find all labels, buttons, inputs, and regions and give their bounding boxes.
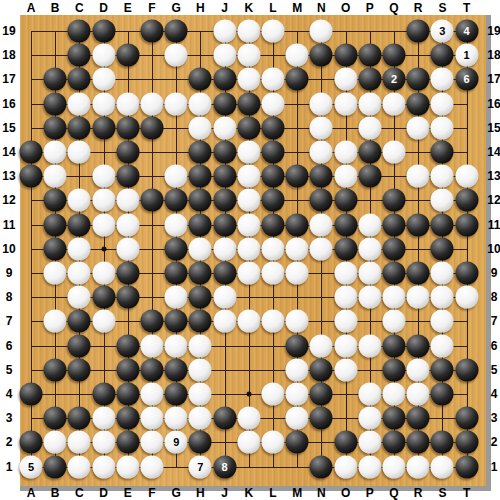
row-label-left-16: 16 bbox=[2, 97, 15, 111]
white-stone-F3 bbox=[141, 407, 164, 430]
white-stone-K17 bbox=[237, 68, 260, 91]
black-stone-E8 bbox=[116, 286, 139, 309]
black-stone-Q9 bbox=[383, 262, 406, 285]
black-stone-T1 bbox=[455, 455, 478, 478]
white-stone-M4 bbox=[286, 383, 309, 406]
col-label-top-O: O bbox=[341, 1, 350, 15]
black-stone-D19 bbox=[92, 20, 115, 43]
black-stone-E5 bbox=[116, 358, 139, 381]
black-stone-B15 bbox=[44, 116, 67, 139]
white-stone-P9 bbox=[358, 262, 381, 285]
black-stone-J11 bbox=[213, 213, 236, 236]
black-stone-K15 bbox=[237, 116, 260, 139]
white-stone-F4 bbox=[141, 383, 164, 406]
row-label-right-13: 13 bbox=[487, 169, 500, 183]
white-stone-Q16 bbox=[383, 92, 406, 115]
row-label-right-12: 12 bbox=[487, 193, 500, 207]
black-stone-F12 bbox=[141, 189, 164, 212]
white-stone-P15 bbox=[358, 116, 381, 139]
col-label-bottom-Q: Q bbox=[389, 486, 398, 500]
black-stone-S14 bbox=[431, 141, 454, 164]
row-label-right-11: 11 bbox=[488, 218, 500, 232]
white-stone-O9 bbox=[334, 262, 357, 285]
black-stone-Q5 bbox=[383, 358, 406, 381]
white-stone-J8 bbox=[213, 286, 236, 309]
white-stone-E11 bbox=[116, 213, 139, 236]
black-stone-Q3 bbox=[383, 407, 406, 430]
black-stone-H9 bbox=[189, 262, 212, 285]
white-stone-S15 bbox=[431, 116, 454, 139]
black-stone-M13 bbox=[286, 165, 309, 188]
white-stone-O17 bbox=[334, 68, 357, 91]
black-stone-C7 bbox=[68, 310, 91, 333]
row-label-left-12: 12 bbox=[2, 193, 15, 207]
row-label-left-18: 18 bbox=[2, 48, 15, 62]
col-label-top-S: S bbox=[438, 1, 446, 15]
col-label-bottom-T: T bbox=[463, 486, 470, 500]
grid-line-vertical bbox=[467, 31, 468, 468]
black-stone-E18 bbox=[116, 44, 139, 67]
white-stone-Q1 bbox=[383, 455, 406, 478]
black-stone-N5 bbox=[310, 358, 333, 381]
col-label-top-J: J bbox=[221, 1, 228, 15]
black-stone-E4 bbox=[116, 383, 139, 406]
col-label-top-R: R bbox=[414, 1, 423, 15]
white-stone-L2 bbox=[262, 431, 285, 454]
col-label-top-T: T bbox=[463, 1, 470, 15]
col-label-bottom-M: M bbox=[292, 486, 302, 500]
white-stone-A1: 5 bbox=[20, 455, 43, 478]
white-stone-P10 bbox=[358, 237, 381, 260]
white-stone-P8 bbox=[358, 286, 381, 309]
black-stone-N12 bbox=[310, 189, 333, 212]
white-stone-N10 bbox=[310, 237, 333, 260]
white-stone-L7 bbox=[262, 310, 285, 333]
row-label-right-14: 14 bbox=[487, 145, 500, 159]
row-label-left-5: 5 bbox=[6, 363, 13, 377]
white-stone-H1: 7 bbox=[189, 455, 212, 478]
white-stone-L16 bbox=[262, 92, 285, 115]
black-stone-L12 bbox=[262, 189, 285, 212]
white-stone-D1 bbox=[92, 455, 115, 478]
black-stone-F19 bbox=[141, 20, 164, 43]
star-point bbox=[101, 246, 106, 251]
row-label-left-6: 6 bbox=[6, 339, 13, 353]
col-label-bottom-J: J bbox=[221, 486, 228, 500]
row-label-right-1: 1 bbox=[491, 460, 498, 474]
black-stone-C15 bbox=[68, 116, 91, 139]
white-stone-B2 bbox=[44, 431, 67, 454]
row-label-right-2: 2 bbox=[491, 435, 498, 449]
black-stone-J1: 8 bbox=[213, 455, 236, 478]
white-stone-K7 bbox=[237, 310, 260, 333]
white-stone-G2: 9 bbox=[165, 431, 188, 454]
black-stone-H2 bbox=[189, 431, 212, 454]
white-stone-K18 bbox=[237, 44, 260, 67]
black-stone-L13 bbox=[262, 165, 285, 188]
white-stone-G8 bbox=[165, 286, 188, 309]
col-label-bottom-R: R bbox=[414, 486, 423, 500]
white-stone-S8 bbox=[431, 286, 454, 309]
white-stone-G16 bbox=[165, 92, 188, 115]
white-stone-K2 bbox=[237, 431, 260, 454]
black-stone-E2 bbox=[116, 431, 139, 454]
black-stone-N18 bbox=[310, 44, 333, 67]
white-stone-P16 bbox=[358, 92, 381, 115]
black-stone-D15 bbox=[92, 116, 115, 139]
col-label-top-H: H bbox=[196, 1, 205, 15]
row-label-right-18: 18 bbox=[487, 48, 500, 62]
black-stone-N4 bbox=[310, 383, 333, 406]
black-stone-E13 bbox=[116, 165, 139, 188]
col-label-top-A: A bbox=[27, 1, 36, 15]
white-stone-E12 bbox=[116, 189, 139, 212]
white-stone-C2 bbox=[68, 431, 91, 454]
black-stone-R19 bbox=[407, 20, 430, 43]
col-label-bottom-F: F bbox=[148, 486, 155, 500]
black-stone-M6 bbox=[286, 334, 309, 357]
white-stone-R8 bbox=[407, 286, 430, 309]
black-stone-E6 bbox=[116, 334, 139, 357]
black-stone-N13 bbox=[310, 165, 333, 188]
black-stone-O18 bbox=[334, 44, 357, 67]
black-stone-H17 bbox=[189, 68, 212, 91]
row-label-right-7: 7 bbox=[491, 314, 498, 328]
black-stone-N3 bbox=[310, 407, 333, 430]
black-stone-A2 bbox=[20, 431, 43, 454]
black-stone-O12 bbox=[334, 189, 357, 212]
white-stone-G13 bbox=[165, 165, 188, 188]
row-label-right-3: 3 bbox=[491, 411, 498, 425]
white-stone-M3 bbox=[286, 407, 309, 430]
white-stone-K14 bbox=[237, 141, 260, 164]
black-stone-G7 bbox=[165, 310, 188, 333]
white-stone-N11 bbox=[310, 213, 333, 236]
row-label-left-7: 7 bbox=[6, 314, 13, 328]
row-label-left-13: 13 bbox=[2, 169, 15, 183]
white-stone-K19 bbox=[237, 20, 260, 43]
white-stone-N16 bbox=[310, 92, 333, 115]
black-stone-C17 bbox=[68, 68, 91, 91]
white-stone-D7 bbox=[92, 310, 115, 333]
white-stone-C10 bbox=[68, 237, 91, 260]
black-stone-B12 bbox=[44, 189, 67, 212]
black-stone-E14 bbox=[116, 141, 139, 164]
white-stone-O16 bbox=[334, 92, 357, 115]
black-stone-S10 bbox=[431, 237, 454, 260]
white-stone-S13 bbox=[431, 165, 454, 188]
black-stone-G9 bbox=[165, 262, 188, 285]
col-label-top-P: P bbox=[366, 1, 374, 15]
row-label-right-16: 16 bbox=[487, 97, 500, 111]
white-stone-H16 bbox=[189, 92, 212, 115]
col-label-top-L: L bbox=[269, 1, 276, 15]
white-stone-D16 bbox=[92, 92, 115, 115]
white-stone-N19 bbox=[310, 20, 333, 43]
white-stone-C9 bbox=[68, 262, 91, 285]
white-stone-H10 bbox=[189, 237, 212, 260]
black-stone-T12 bbox=[455, 189, 478, 212]
col-label-bottom-L: L bbox=[269, 486, 276, 500]
white-stone-C14 bbox=[68, 141, 91, 164]
row-label-right-6: 6 bbox=[491, 339, 498, 353]
row-label-right-9: 9 bbox=[491, 266, 498, 280]
black-stone-M11 bbox=[286, 213, 309, 236]
black-stone-G5 bbox=[165, 358, 188, 381]
white-stone-R5 bbox=[407, 358, 430, 381]
white-stone-H15 bbox=[189, 116, 212, 139]
col-label-bottom-G: G bbox=[172, 486, 181, 500]
black-stone-T17: 6 bbox=[455, 68, 478, 91]
black-stone-T5 bbox=[455, 358, 478, 381]
row-label-left-2: 2 bbox=[6, 435, 13, 449]
white-stone-P2 bbox=[358, 431, 381, 454]
black-stone-T3 bbox=[455, 407, 478, 430]
black-stone-D4 bbox=[92, 383, 115, 406]
white-stone-O13 bbox=[334, 165, 357, 188]
black-stone-F5 bbox=[141, 358, 164, 381]
white-stone-T8 bbox=[455, 286, 478, 309]
white-stone-D12 bbox=[92, 189, 115, 212]
white-stone-B14 bbox=[44, 141, 67, 164]
black-stone-S2 bbox=[431, 431, 454, 454]
white-stone-H3 bbox=[189, 407, 212, 430]
white-stone-M10 bbox=[286, 237, 309, 260]
row-label-left-11: 11 bbox=[3, 218, 16, 232]
white-stone-Q7 bbox=[383, 310, 406, 333]
black-stone-J3 bbox=[213, 407, 236, 430]
white-stone-G6 bbox=[165, 334, 188, 357]
black-stone-Q2 bbox=[383, 431, 406, 454]
white-stone-L19 bbox=[262, 20, 285, 43]
row-label-left-3: 3 bbox=[6, 411, 13, 425]
black-stone-J16 bbox=[213, 92, 236, 115]
black-stone-P17 bbox=[358, 68, 381, 91]
row-label-left-19: 19 bbox=[2, 24, 15, 38]
white-stone-O14 bbox=[334, 141, 357, 164]
black-stone-G4 bbox=[165, 383, 188, 406]
row-label-left-10: 10 bbox=[2, 242, 15, 256]
black-stone-L14 bbox=[262, 141, 285, 164]
col-label-top-C: C bbox=[75, 1, 84, 15]
white-stone-H4 bbox=[189, 383, 212, 406]
black-stone-R2 bbox=[407, 431, 430, 454]
black-stone-J9 bbox=[213, 262, 236, 285]
black-stone-S18 bbox=[431, 44, 454, 67]
black-stone-B11 bbox=[44, 213, 67, 236]
black-stone-B1 bbox=[44, 455, 67, 478]
row-label-left-4: 4 bbox=[6, 387, 13, 401]
black-stone-Q12 bbox=[383, 189, 406, 212]
col-label-bottom-P: P bbox=[366, 486, 374, 500]
col-label-top-N: N bbox=[317, 1, 326, 15]
black-stone-B10 bbox=[44, 237, 67, 260]
white-stone-G18 bbox=[165, 44, 188, 67]
row-label-left-9: 9 bbox=[6, 266, 13, 280]
white-stone-O5 bbox=[334, 358, 357, 381]
black-stone-A13 bbox=[20, 165, 43, 188]
white-stone-R15 bbox=[407, 116, 430, 139]
black-stone-C5 bbox=[68, 358, 91, 381]
white-stone-T18: 1 bbox=[455, 44, 478, 67]
white-stone-L4 bbox=[262, 383, 285, 406]
white-stone-M7 bbox=[286, 310, 309, 333]
black-stone-Q11 bbox=[383, 213, 406, 236]
black-stone-B17 bbox=[44, 68, 67, 91]
black-stone-M17 bbox=[286, 68, 309, 91]
black-stone-J13 bbox=[213, 165, 236, 188]
white-stone-F1 bbox=[141, 455, 164, 478]
star-point bbox=[246, 392, 251, 397]
black-stone-R16 bbox=[407, 92, 430, 115]
black-stone-C18 bbox=[68, 44, 91, 67]
black-stone-T19: 4 bbox=[455, 20, 478, 43]
white-stone-H5 bbox=[189, 358, 212, 381]
white-stone-O7 bbox=[334, 310, 357, 333]
black-stone-R11 bbox=[407, 213, 430, 236]
col-label-top-B: B bbox=[51, 1, 60, 15]
black-stone-E9 bbox=[116, 262, 139, 285]
white-stone-N6 bbox=[310, 334, 333, 357]
black-stone-M2 bbox=[286, 431, 309, 454]
white-stone-O8 bbox=[334, 286, 357, 309]
row-label-right-15: 15 bbox=[487, 121, 500, 135]
white-stone-D13 bbox=[92, 165, 115, 188]
black-stone-R17 bbox=[407, 68, 430, 91]
black-stone-C3 bbox=[68, 407, 91, 430]
black-stone-J17 bbox=[213, 68, 236, 91]
white-stone-R1 bbox=[407, 455, 430, 478]
white-stone-F16 bbox=[141, 92, 164, 115]
white-stone-D11 bbox=[92, 213, 115, 236]
white-stone-S9 bbox=[431, 262, 454, 285]
white-stone-K13 bbox=[237, 165, 260, 188]
black-stone-F7 bbox=[141, 310, 164, 333]
white-stone-R4 bbox=[407, 383, 430, 406]
black-stone-H7 bbox=[189, 310, 212, 333]
black-stone-Q6 bbox=[383, 334, 406, 357]
black-stone-G19 bbox=[165, 20, 188, 43]
col-label-bottom-A: A bbox=[27, 486, 36, 500]
black-stone-J12 bbox=[213, 189, 236, 212]
black-stone-H11 bbox=[189, 213, 212, 236]
col-label-top-M: M bbox=[292, 1, 302, 15]
white-stone-D9 bbox=[92, 262, 115, 285]
white-stone-D3 bbox=[92, 407, 115, 430]
black-stone-C19 bbox=[68, 20, 91, 43]
row-label-left-1: 1 bbox=[6, 460, 13, 474]
col-label-bottom-O: O bbox=[341, 486, 350, 500]
col-label-top-K: K bbox=[244, 1, 253, 15]
white-stone-L17 bbox=[262, 68, 285, 91]
white-stone-R13 bbox=[407, 165, 430, 188]
white-stone-P3 bbox=[358, 407, 381, 430]
black-stone-Q10 bbox=[383, 237, 406, 260]
col-label-top-Q: Q bbox=[389, 1, 398, 15]
black-stone-L15 bbox=[262, 116, 285, 139]
white-stone-J7 bbox=[213, 310, 236, 333]
col-label-bottom-K: K bbox=[244, 486, 253, 500]
black-stone-O10 bbox=[334, 237, 357, 260]
white-stone-P1 bbox=[358, 455, 381, 478]
black-stone-O11 bbox=[334, 213, 357, 236]
white-stone-L10 bbox=[262, 237, 285, 260]
black-stone-P13 bbox=[358, 165, 381, 188]
black-stone-Q17: 2 bbox=[383, 68, 406, 91]
black-stone-R9 bbox=[407, 262, 430, 285]
black-stone-G12 bbox=[165, 189, 188, 212]
black-stone-B16 bbox=[44, 92, 67, 115]
white-stone-F6 bbox=[141, 334, 164, 357]
black-stone-A4 bbox=[20, 383, 43, 406]
black-stone-R3 bbox=[407, 407, 430, 430]
black-stone-N1 bbox=[310, 455, 333, 478]
white-stone-S7 bbox=[431, 310, 454, 333]
black-stone-H14 bbox=[189, 141, 212, 164]
black-stone-E3 bbox=[116, 407, 139, 430]
white-stone-M9 bbox=[286, 262, 309, 285]
row-label-left-17: 17 bbox=[2, 72, 15, 86]
white-stone-N15 bbox=[310, 116, 333, 139]
black-stone-G10 bbox=[165, 237, 188, 260]
row-label-right-19: 19 bbox=[487, 24, 500, 38]
white-stone-Q8 bbox=[383, 286, 406, 309]
row-label-left-15: 15 bbox=[2, 121, 15, 135]
white-stone-C12 bbox=[68, 189, 91, 212]
col-label-bottom-C: C bbox=[75, 486, 84, 500]
col-label-top-G: G bbox=[172, 1, 181, 15]
col-label-top-D: D bbox=[99, 1, 108, 15]
white-stone-Q4 bbox=[383, 383, 406, 406]
black-stone-P14 bbox=[358, 141, 381, 164]
white-stone-T13 bbox=[455, 165, 478, 188]
black-stone-Q18 bbox=[383, 44, 406, 67]
col-label-top-E: E bbox=[124, 1, 132, 15]
black-stone-A14 bbox=[20, 141, 43, 164]
white-stone-E16 bbox=[116, 92, 139, 115]
white-stone-K12 bbox=[237, 189, 260, 212]
black-stone-S4 bbox=[431, 383, 454, 406]
col-label-bottom-E: E bbox=[124, 486, 132, 500]
black-stone-H13 bbox=[189, 165, 212, 188]
white-stone-H6 bbox=[189, 334, 212, 357]
black-stone-T9 bbox=[455, 262, 478, 285]
black-stone-D8 bbox=[92, 286, 115, 309]
white-stone-N14 bbox=[310, 141, 333, 164]
black-stone-C6 bbox=[68, 334, 91, 357]
col-label-bottom-H: H bbox=[196, 486, 205, 500]
white-stone-O1 bbox=[334, 455, 357, 478]
white-stone-P11 bbox=[358, 213, 381, 236]
white-stone-J15 bbox=[213, 116, 236, 139]
white-stone-D18 bbox=[92, 44, 115, 67]
white-stone-O6 bbox=[334, 334, 357, 357]
white-stone-M18 bbox=[286, 44, 309, 67]
white-stone-P6 bbox=[358, 334, 381, 357]
white-stone-S12 bbox=[431, 189, 454, 212]
col-label-top-F: F bbox=[148, 1, 155, 15]
col-label-bottom-S: S bbox=[438, 486, 446, 500]
white-stone-S1 bbox=[431, 455, 454, 478]
black-stone-T2 bbox=[455, 431, 478, 454]
row-label-left-8: 8 bbox=[6, 290, 13, 304]
black-stone-E15 bbox=[116, 116, 139, 139]
row-label-right-17: 17 bbox=[487, 72, 500, 86]
col-label-bottom-B: B bbox=[51, 486, 60, 500]
white-stone-K3 bbox=[237, 407, 260, 430]
white-stone-M5 bbox=[286, 358, 309, 381]
black-stone-K16 bbox=[237, 92, 260, 115]
